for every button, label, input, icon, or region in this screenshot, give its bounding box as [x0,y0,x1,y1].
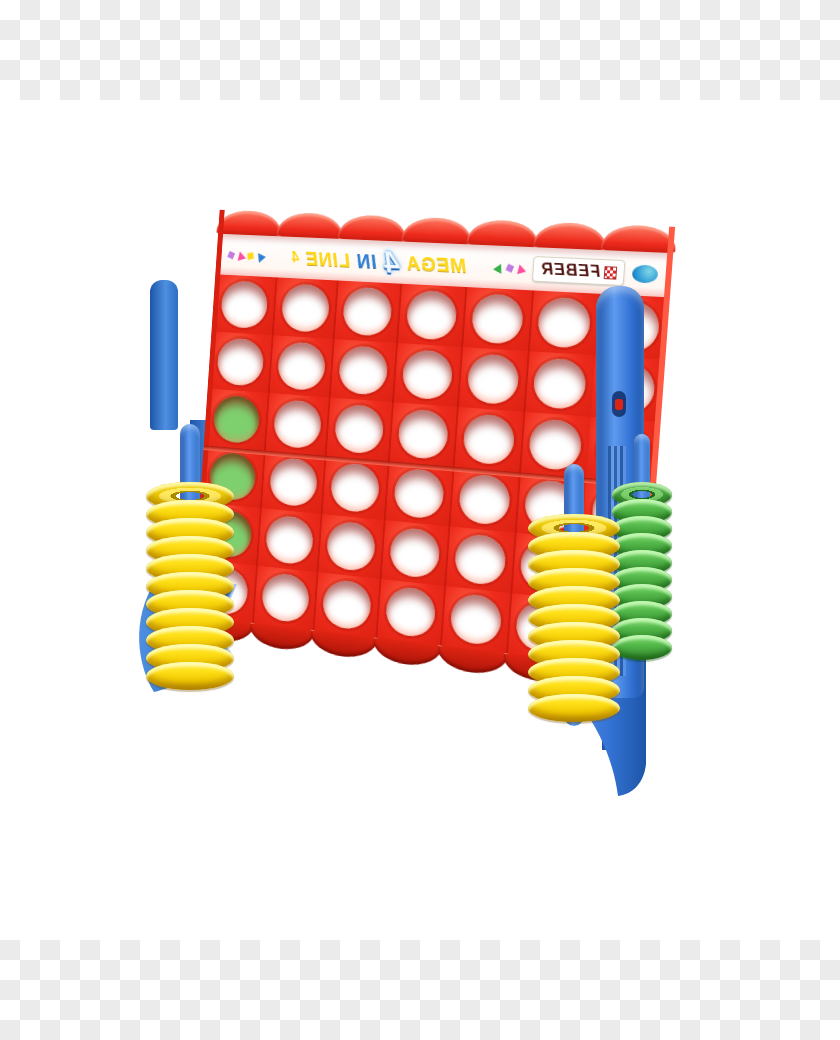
disc-pile [146,482,234,690]
rail-latch-red-dot [615,399,623,410]
left-side-rail [150,280,178,430]
green-disc [612,635,672,660]
disc-pile [612,482,672,660]
rail-latch-slot [612,391,626,417]
yellow-disc [146,662,234,690]
disc-pile [528,514,620,722]
yellow-disc [528,694,620,722]
